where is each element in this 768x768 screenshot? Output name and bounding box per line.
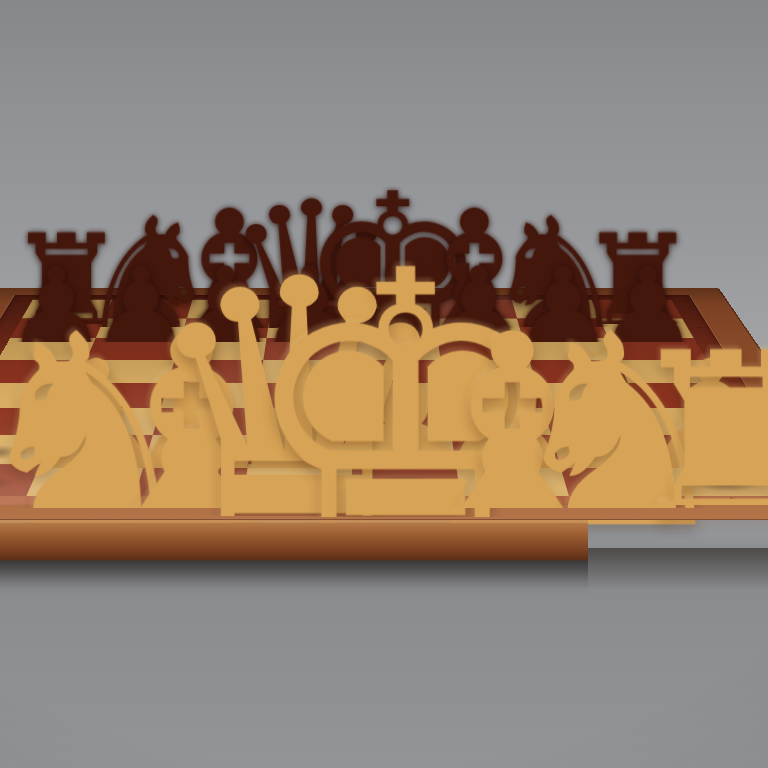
board-grid: ♜♞♝♛♚♝♞♜♟♟♟♟♟♟♟♟♟♟♟♟♟♟♟♟♜♞♝♛♚♝♞♜ [0,300,768,496]
photo-scene: ♜♞♝♛♚♝♞♜♟♟♟♟♟♟♟♟♟♟♟♟♟♟♟♟♜♞♝♛♚♝♞♜ abcdefg… [0,0,768,768]
board-front-edge [0,520,768,560]
square-h1[interactable]: ♜ [664,464,768,496]
chess-board: ♜♞♝♛♚♝♞♜♟♟♟♟♟♟♟♟♟♟♟♟♟♟♟♟♜♞♝♛♚♝♞♜ abcdefg… [0,288,768,521]
